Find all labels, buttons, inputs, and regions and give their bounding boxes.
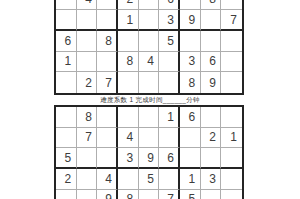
cell-r5c1: [56, 0, 77, 10]
given-digit: 4: [147, 55, 154, 67]
cell-r2c2: 7: [77, 128, 98, 149]
cell-r6c2: [77, 10, 98, 31]
cell-r1c7: 6: [180, 107, 201, 128]
given-digit: 8: [85, 111, 92, 123]
given-digit: 9: [147, 152, 154, 164]
cell-r6c7: 9: [180, 10, 201, 31]
cell-r9c1: [56, 72, 77, 93]
sudoku-board: 81674215396245139875: [54, 105, 244, 199]
cell-r5c1: [56, 190, 77, 199]
cell-r1c8: [201, 107, 222, 128]
sudoku-page: 42681397685184362789 难度系数 1 完成时间______分钟…: [0, 0, 300, 199]
cell-r8c8: 6: [201, 52, 222, 73]
given-digit: 8: [188, 77, 195, 89]
cell-r8c3: [97, 52, 118, 73]
cell-r3c1: 5: [56, 148, 77, 169]
cell-r1c5: [139, 107, 160, 128]
cell-r5c8: [201, 190, 222, 199]
cell-r5c9: [221, 0, 242, 10]
given-digit: 6: [167, 0, 174, 5]
cell-r3c6: 6: [159, 148, 180, 169]
cell-r1c2: 8: [77, 107, 98, 128]
given-digit: 2: [64, 173, 71, 185]
given-digit: 9: [188, 14, 195, 26]
cell-r7c1: 6: [56, 31, 77, 52]
cell-r2c7: [180, 128, 201, 149]
given-digit: 6: [167, 152, 174, 164]
given-digit: 5: [188, 193, 195, 199]
cell-r6c4: 1: [118, 10, 139, 31]
cell-r3c4: 3: [118, 148, 139, 169]
given-digit: 5: [64, 152, 71, 164]
given-digit: 2: [126, 0, 133, 5]
cell-r7c7: [180, 31, 201, 52]
given-digit: 9: [209, 77, 216, 89]
cell-r4c9: [221, 169, 242, 190]
cell-r5c3: [97, 0, 118, 10]
given-digit: 7: [85, 131, 92, 143]
cell-r3c9: [221, 148, 242, 169]
cell-r3c8: [201, 148, 222, 169]
given-digit: 8: [209, 0, 216, 5]
caption-difficulty-time: 难度系数 1 完成时间______分钟: [0, 95, 300, 104]
cell-r5c8: 8: [201, 0, 222, 10]
given-digit: 7: [167, 193, 174, 199]
sudoku-grid-bottom: 81674215396245139875: [54, 105, 246, 199]
given-digit: 1: [126, 14, 133, 26]
cell-r6c9: 7: [221, 10, 242, 31]
cell-r5c5: [139, 190, 160, 199]
given-digit: 3: [126, 152, 133, 164]
cell-r6c3: [97, 10, 118, 31]
cell-r2c3: [97, 128, 118, 149]
cell-r6c8: [201, 10, 222, 31]
cell-r6c1: [56, 10, 77, 31]
cell-r9c6: [159, 72, 180, 93]
cell-r6c6: 3: [159, 10, 180, 31]
cell-r5c2: [77, 190, 98, 199]
cell-r7c8: [201, 31, 222, 52]
cell-r4c2: [77, 169, 98, 190]
cell-r5c9: [221, 190, 242, 199]
sudoku-board: 42681397685184362789: [54, 0, 244, 95]
given-digit: 4: [105, 173, 112, 185]
cell-r2c4: 4: [118, 128, 139, 149]
cell-r1c9: [221, 107, 242, 128]
cell-r7c9: [221, 31, 242, 52]
cell-r4c8: 3: [201, 169, 222, 190]
given-digit: 2: [85, 77, 92, 89]
cell-r5c4: 8: [118, 190, 139, 199]
given-digit: 4: [85, 0, 92, 5]
given-digit: 5: [167, 35, 174, 47]
given-digit: 1: [188, 173, 195, 185]
given-digit: 2: [209, 131, 216, 143]
cell-r4c6: [159, 169, 180, 190]
cell-r7c3: 8: [97, 31, 118, 52]
cell-r8c2: [77, 52, 98, 73]
cell-r4c7: 1: [180, 169, 201, 190]
cell-r8c4: 8: [118, 52, 139, 73]
given-digit: 8: [126, 55, 133, 67]
sudoku-grid-top: 42681397685184362789: [54, 0, 246, 95]
cell-r5c6: 7: [159, 190, 180, 199]
cell-r8c1: 1: [56, 52, 77, 73]
cell-r5c7: 5: [180, 190, 201, 199]
given-digit: 8: [105, 35, 112, 47]
cell-r9c3: 7: [97, 72, 118, 93]
cell-r4c3: 4: [97, 169, 118, 190]
cell-r2c1: [56, 128, 77, 149]
cell-r3c2: [77, 148, 98, 169]
cell-r9c4: [118, 72, 139, 93]
given-digit: 5: [147, 173, 154, 185]
given-digit: 6: [188, 111, 195, 123]
cell-r9c8: 9: [201, 72, 222, 93]
cell-r9c9: [221, 72, 242, 93]
given-digit: 7: [105, 77, 112, 89]
given-digit: 9: [105, 193, 112, 199]
cell-r5c6: 6: [159, 0, 180, 10]
cell-r6c5: [139, 10, 160, 31]
cell-r8c6: [159, 52, 180, 73]
given-digit: 1: [64, 55, 71, 67]
cell-r9c5: [139, 72, 160, 93]
given-digit: 3: [188, 55, 195, 67]
cell-r3c5: 9: [139, 148, 160, 169]
cell-r2c6: [159, 128, 180, 149]
cell-r7c4: [118, 31, 139, 52]
cell-r7c5: [139, 31, 160, 52]
cell-r5c4: 2: [118, 0, 139, 10]
cell-r5c2: 4: [77, 0, 98, 10]
cell-r4c4: [118, 169, 139, 190]
cell-r2c9: 1: [221, 128, 242, 149]
cell-r2c5: [139, 128, 160, 149]
cell-r1c3: [97, 107, 118, 128]
cell-r8c5: 4: [139, 52, 160, 73]
cell-r5c5: [139, 0, 160, 10]
given-digit: 3: [167, 14, 174, 26]
given-digit: 6: [209, 55, 216, 67]
given-digit: 1: [167, 111, 174, 123]
cell-r9c2: 2: [77, 72, 98, 93]
cell-r1c6: 1: [159, 107, 180, 128]
cell-r4c1: 2: [56, 169, 77, 190]
cell-r8c7: 3: [180, 52, 201, 73]
given-digit: 8: [126, 193, 133, 199]
cell-r1c1: [56, 107, 77, 128]
cell-r5c3: 9: [97, 190, 118, 199]
cell-r3c3: [97, 148, 118, 169]
cell-r7c6: 5: [159, 31, 180, 52]
cell-r3c7: [180, 148, 201, 169]
cell-r7c2: [77, 31, 98, 52]
cell-r9c7: 8: [180, 72, 201, 93]
cell-r4c5: 5: [139, 169, 160, 190]
cell-r8c9: [221, 52, 242, 73]
cell-r1c4: [118, 107, 139, 128]
given-digit: 4: [126, 131, 133, 143]
cell-r5c7: [180, 0, 201, 10]
cell-r2c8: 2: [201, 128, 222, 149]
given-digit: 1: [230, 131, 237, 143]
given-digit: 3: [209, 173, 216, 185]
given-digit: 7: [230, 14, 237, 26]
given-digit: 6: [64, 35, 71, 47]
